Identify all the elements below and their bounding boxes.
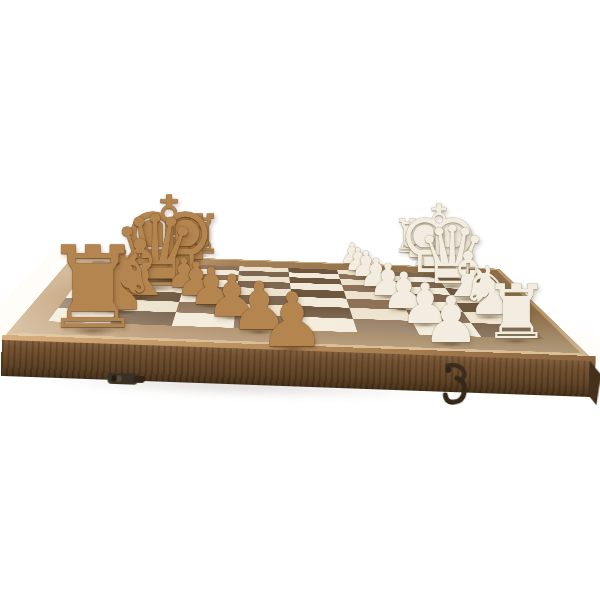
piece-black-pawn-a7[interactable]: ♟ <box>258 283 325 358</box>
chess-set-product-photo: ♜♞♝♛♚♝♞♜♟♟♟♟♟♟♟♟♜♞♝♛♚♝♞♜♟♟♟♟♟♟♟♟ <box>0 0 600 600</box>
piece-white-pawn-a2[interactable]: ♟ <box>422 288 479 352</box>
box-right-side <box>588 361 600 405</box>
piece-white-rook-a1[interactable]: ♜ <box>482 275 549 350</box>
piece-black-rook-a8[interactable]: ♜ <box>42 232 143 345</box>
left-latch-icon <box>106 369 147 390</box>
right-hook-clasp-icon <box>436 363 473 406</box>
